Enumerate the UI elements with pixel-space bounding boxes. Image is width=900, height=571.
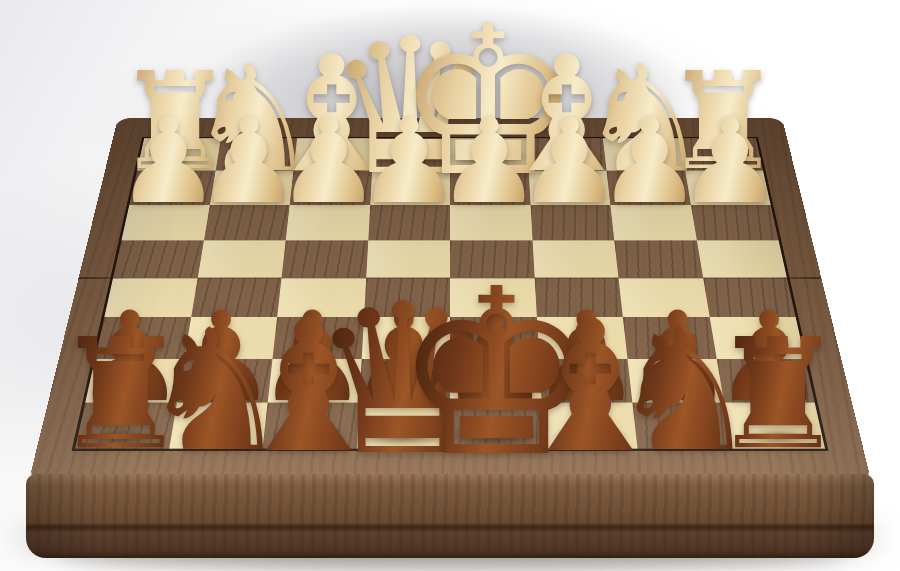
square-h5[interactable] (696, 240, 786, 277)
piece-light-pawn-h7[interactable]: ♟ (677, 102, 783, 220)
square-b5[interactable] (197, 240, 285, 277)
square-a5[interactable] (113, 240, 203, 277)
square-g5[interactable] (614, 240, 702, 277)
chess-set-photo: ♜♞♝♛♚♝♞♜♟♟♟♟♟♟♟♟♟♟♟♟♟♟♟♟♜♞♝♛♚♝♞♜ (0, 0, 900, 571)
piece-dark-rook-h1[interactable]: ♜ (710, 319, 846, 471)
